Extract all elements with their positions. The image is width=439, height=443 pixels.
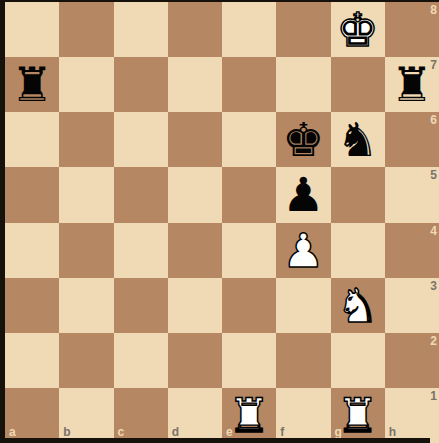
square-b1[interactable]: b bbox=[59, 388, 113, 443]
square-h8[interactable]: 8 bbox=[385, 2, 439, 57]
square-b6[interactable] bbox=[59, 112, 113, 167]
square-e7[interactable] bbox=[222, 57, 276, 112]
white-rook[interactable]: ♜ bbox=[337, 392, 379, 439]
square-e1[interactable]: e♜ bbox=[222, 388, 276, 443]
square-d3[interactable] bbox=[168, 278, 222, 333]
square-d5[interactable] bbox=[168, 167, 222, 222]
square-g1[interactable]: g♜ bbox=[331, 388, 385, 443]
file-label-b: b bbox=[63, 426, 70, 438]
square-h7[interactable]: 7♜ bbox=[385, 57, 439, 112]
square-a4[interactable] bbox=[5, 223, 59, 278]
square-g3[interactable]: ♞ bbox=[331, 278, 385, 333]
rank-label-4: 4 bbox=[430, 225, 437, 237]
white-knight[interactable]: ♞ bbox=[337, 282, 379, 329]
square-h4[interactable]: 4 bbox=[385, 223, 439, 278]
square-g2[interactable] bbox=[331, 333, 385, 388]
square-f7[interactable] bbox=[276, 57, 330, 112]
square-c1[interactable]: c bbox=[114, 388, 168, 443]
square-a6[interactable] bbox=[5, 112, 59, 167]
square-c3[interactable] bbox=[114, 278, 168, 333]
square-a1[interactable]: a bbox=[5, 388, 59, 443]
square-g5[interactable] bbox=[331, 167, 385, 222]
square-b4[interactable] bbox=[59, 223, 113, 278]
rank-label-5: 5 bbox=[430, 169, 437, 181]
black-pawn[interactable]: ♟ bbox=[282, 171, 324, 218]
file-label-d: d bbox=[172, 426, 179, 438]
rank-label-1: 1 bbox=[430, 390, 437, 402]
square-a3[interactable] bbox=[5, 278, 59, 333]
square-f4[interactable]: ♟ bbox=[276, 223, 330, 278]
square-h2[interactable]: 2 bbox=[385, 333, 439, 388]
square-d2[interactable] bbox=[168, 333, 222, 388]
square-a5[interactable] bbox=[5, 167, 59, 222]
square-f8[interactable] bbox=[276, 2, 330, 57]
square-c7[interactable] bbox=[114, 57, 168, 112]
black-rook[interactable]: ♜ bbox=[11, 61, 53, 108]
square-f2[interactable] bbox=[276, 333, 330, 388]
file-label-h: h bbox=[389, 426, 396, 438]
white-king[interactable]: ♚ bbox=[337, 6, 379, 53]
file-label-c: c bbox=[118, 426, 125, 438]
square-g6[interactable]: ♞ bbox=[331, 112, 385, 167]
square-h6[interactable]: 6 bbox=[385, 112, 439, 167]
square-f6[interactable]: ♚ bbox=[276, 112, 330, 167]
square-d6[interactable] bbox=[168, 112, 222, 167]
square-g8[interactable]: ♚ bbox=[331, 2, 385, 57]
square-c4[interactable] bbox=[114, 223, 168, 278]
square-c8[interactable] bbox=[114, 2, 168, 57]
square-h5[interactable]: 5 bbox=[385, 167, 439, 222]
square-e5[interactable] bbox=[222, 167, 276, 222]
square-d8[interactable] bbox=[168, 2, 222, 57]
file-label-f: f bbox=[280, 426, 284, 438]
square-b5[interactable] bbox=[59, 167, 113, 222]
square-e8[interactable] bbox=[222, 2, 276, 57]
board-bottom-edge bbox=[0, 438, 430, 443]
square-d4[interactable] bbox=[168, 223, 222, 278]
square-f5[interactable]: ♟ bbox=[276, 167, 330, 222]
square-c2[interactable] bbox=[114, 333, 168, 388]
square-b3[interactable] bbox=[59, 278, 113, 333]
square-h3[interactable]: 3 bbox=[385, 278, 439, 333]
square-b7[interactable] bbox=[59, 57, 113, 112]
square-a8[interactable] bbox=[5, 2, 59, 57]
square-e3[interactable] bbox=[222, 278, 276, 333]
square-a2[interactable] bbox=[5, 333, 59, 388]
square-b2[interactable] bbox=[59, 333, 113, 388]
square-g7[interactable] bbox=[331, 57, 385, 112]
square-a7[interactable]: ♜ bbox=[5, 57, 59, 112]
black-knight[interactable]: ♞ bbox=[337, 116, 379, 163]
square-e6[interactable] bbox=[222, 112, 276, 167]
square-e4[interactable] bbox=[222, 223, 276, 278]
square-e2[interactable] bbox=[222, 333, 276, 388]
square-b8[interactable] bbox=[59, 2, 113, 57]
file-label-a: a bbox=[9, 426, 16, 438]
rank-label-3: 3 bbox=[430, 280, 437, 292]
white-rook[interactable]: ♜ bbox=[228, 392, 270, 439]
chess-board-screenshot: ♚8♜7♜♚♞6♟5♟4♞32abcde♜fg♜h1 bbox=[0, 0, 439, 443]
chess-board: ♚8♜7♜♚♞6♟5♟4♞32abcde♜fg♜h1 bbox=[5, 2, 439, 443]
square-h1[interactable]: h1 bbox=[385, 388, 439, 443]
rank-label-2: 2 bbox=[430, 335, 437, 347]
black-king[interactable]: ♚ bbox=[282, 116, 324, 163]
black-rook[interactable]: ♜ bbox=[391, 61, 433, 108]
square-d1[interactable]: d bbox=[168, 388, 222, 443]
square-g4[interactable] bbox=[331, 223, 385, 278]
square-c6[interactable] bbox=[114, 112, 168, 167]
white-pawn[interactable]: ♟ bbox=[282, 227, 324, 274]
square-f3[interactable] bbox=[276, 278, 330, 333]
rank-label-8: 8 bbox=[430, 4, 437, 16]
square-f1[interactable]: f bbox=[276, 388, 330, 443]
square-d7[interactable] bbox=[168, 57, 222, 112]
rank-label-6: 6 bbox=[430, 114, 437, 126]
square-c5[interactable] bbox=[114, 167, 168, 222]
